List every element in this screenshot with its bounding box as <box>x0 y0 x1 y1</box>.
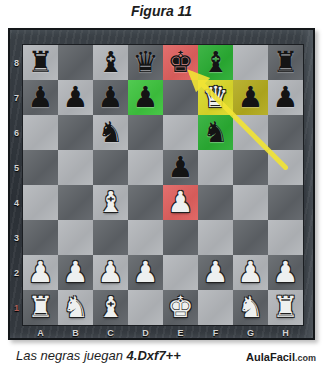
square-d6 <box>128 115 163 150</box>
piece-white-pawn-c2: ♟ <box>98 255 124 290</box>
file-label-b: B <box>58 326 93 340</box>
brand-logo: AulaFacil.com <box>246 351 316 363</box>
board-grid: ♜♝♛♚♝♜♟♟♟♟♛♟♟♞♞♟♝♟♟♟♟♟♟♟♟♜♞♝♚♞♜ <box>23 45 303 325</box>
square-h2: ♟ <box>268 255 303 290</box>
square-d1 <box>128 290 163 325</box>
square-e3 <box>163 220 198 255</box>
square-h8: ♜ <box>268 45 303 80</box>
piece-black-queen-d8: ♛ <box>133 45 159 80</box>
square-g1: ♞ <box>233 290 268 325</box>
square-f4 <box>198 185 233 220</box>
square-b6 <box>58 115 93 150</box>
square-g3 <box>233 220 268 255</box>
square-a5 <box>23 150 58 185</box>
piece-white-king-e1: ♚ <box>168 290 194 325</box>
chess-board: 87654321 ♜♝♛♚♝♜♟♟♟♟♛♟♟♞♞♟♝♟♟♟♟♟♟♟♟♜♞♝♚♞♜… <box>8 28 315 340</box>
square-h6 <box>268 115 303 150</box>
piece-white-pawn-g2: ♟ <box>238 255 264 290</box>
piece-white-bishop-c4: ♝ <box>98 185 124 220</box>
square-g2: ♟ <box>233 255 268 290</box>
square-a4 <box>23 185 58 220</box>
piece-white-queen-f7: ♛ <box>203 80 229 115</box>
rank-label-1: 1 <box>10 290 23 325</box>
page: Figura 11 87654321 ♜♝♛♚♝♜♟♟♟♟♛♟♟♞♞♟♝♟♟♟♟… <box>0 0 323 369</box>
square-c3 <box>93 220 128 255</box>
square-h3 <box>268 220 303 255</box>
square-a2: ♟ <box>23 255 58 290</box>
piece-black-pawn-c7: ♟ <box>98 80 124 115</box>
piece-black-pawn-b7: ♟ <box>63 80 89 115</box>
square-h5 <box>268 150 303 185</box>
piece-black-pawn-d7: ♟ <box>133 80 159 115</box>
file-label-g: G <box>233 326 268 340</box>
piece-black-bishop-c8: ♝ <box>98 45 124 80</box>
square-f3 <box>198 220 233 255</box>
square-h1: ♜ <box>268 290 303 325</box>
square-f5 <box>198 150 233 185</box>
piece-white-pawn-b2: ♟ <box>63 255 89 290</box>
square-a3 <box>23 220 58 255</box>
square-e7 <box>163 80 198 115</box>
piece-black-pawn-e5: ♟ <box>168 150 194 185</box>
square-d4 <box>128 185 163 220</box>
file-label-e: E <box>163 326 198 340</box>
brand-tld: .com <box>295 353 316 363</box>
square-g6 <box>233 115 268 150</box>
square-g4 <box>233 185 268 220</box>
square-c2: ♟ <box>93 255 128 290</box>
square-e4: ♟ <box>163 185 198 220</box>
piece-black-knight-c6: ♞ <box>98 115 124 150</box>
rank-label-3: 3 <box>10 220 23 255</box>
file-labels: ABCDEFGH <box>23 326 303 340</box>
piece-black-pawn-g7: ♟ <box>238 80 264 115</box>
square-d5 <box>128 150 163 185</box>
square-c4: ♝ <box>93 185 128 220</box>
square-b1: ♞ <box>58 290 93 325</box>
piece-white-pawn-d2: ♟ <box>133 255 159 290</box>
square-e5: ♟ <box>163 150 198 185</box>
square-a6 <box>23 115 58 150</box>
file-label-a: A <box>23 326 58 340</box>
piece-white-pawn-f2: ♟ <box>203 255 229 290</box>
rank-labels: 87654321 <box>10 45 23 325</box>
rank-label-4: 4 <box>10 185 23 220</box>
square-h7: ♟ <box>268 80 303 115</box>
square-e6 <box>163 115 198 150</box>
square-d7: ♟ <box>128 80 163 115</box>
piece-black-king-e8: ♚ <box>168 45 194 80</box>
caption-text: Las negras juegan <box>16 348 127 363</box>
piece-white-knight-g1: ♞ <box>238 290 264 325</box>
square-a1: ♜ <box>23 290 58 325</box>
rank-label-6: 6 <box>10 115 23 150</box>
square-c5 <box>93 150 128 185</box>
caption-move: 4.Dxf7++ <box>127 348 181 363</box>
square-f8: ♝ <box>198 45 233 80</box>
square-f1 <box>198 290 233 325</box>
square-b2: ♟ <box>58 255 93 290</box>
rank-label-5: 5 <box>10 150 23 185</box>
square-d2: ♟ <box>128 255 163 290</box>
square-c7: ♟ <box>93 80 128 115</box>
file-label-f: F <box>198 326 233 340</box>
square-a7: ♟ <box>23 80 58 115</box>
square-g5 <box>233 150 268 185</box>
piece-black-bishop-f8: ♝ <box>203 45 229 80</box>
square-c6: ♞ <box>93 115 128 150</box>
square-f6: ♞ <box>198 115 233 150</box>
square-b8 <box>58 45 93 80</box>
rank-label-7: 7 <box>10 80 23 115</box>
square-e8: ♚ <box>163 45 198 80</box>
square-c8: ♝ <box>93 45 128 80</box>
square-b7: ♟ <box>58 80 93 115</box>
square-d8: ♛ <box>128 45 163 80</box>
square-b4 <box>58 185 93 220</box>
piece-white-knight-b1: ♞ <box>63 290 89 325</box>
piece-white-rook-a1: ♜ <box>28 290 54 325</box>
piece-black-pawn-h7: ♟ <box>273 80 299 115</box>
brand-name: AulaFacil <box>246 351 295 363</box>
caption: Las negras juegan 4.Dxf7++ <box>16 348 181 363</box>
piece-white-bishop-c1: ♝ <box>98 290 124 325</box>
square-h4 <box>268 185 303 220</box>
piece-black-pawn-a7: ♟ <box>28 80 54 115</box>
square-a8: ♜ <box>23 45 58 80</box>
square-b3 <box>58 220 93 255</box>
square-e1: ♚ <box>163 290 198 325</box>
file-label-c: C <box>93 326 128 340</box>
piece-white-pawn-h2: ♟ <box>273 255 299 290</box>
square-f7: ♛ <box>198 80 233 115</box>
file-label-d: D <box>128 326 163 340</box>
rank-label-2: 2 <box>10 255 23 290</box>
square-f2: ♟ <box>198 255 233 290</box>
piece-black-rook-a8: ♜ <box>28 45 54 80</box>
piece-black-rook-h8: ♜ <box>273 45 299 80</box>
rank-label-8: 8 <box>10 45 23 80</box>
piece-white-pawn-e4: ♟ <box>168 185 194 220</box>
square-g8 <box>233 45 268 80</box>
square-g7: ♟ <box>233 80 268 115</box>
piece-white-pawn-a2: ♟ <box>28 255 54 290</box>
figure-title: Figura 11 <box>0 3 323 19</box>
file-label-h: H <box>268 326 303 340</box>
square-b5 <box>58 150 93 185</box>
square-d3 <box>128 220 163 255</box>
piece-black-knight-f6: ♞ <box>203 115 229 150</box>
square-e2 <box>163 255 198 290</box>
square-c1: ♝ <box>93 290 128 325</box>
piece-white-rook-h1: ♜ <box>273 290 299 325</box>
